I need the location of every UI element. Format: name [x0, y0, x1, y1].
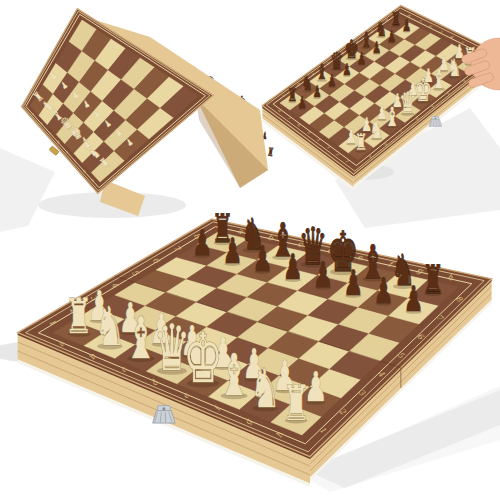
piece-black-r: ♜: [266, 145, 274, 159]
piece-bp-h7: ♟: [404, 279, 424, 319]
svg-text:♝: ♝: [316, 59, 328, 84]
piece-bp-f7: ♟: [372, 37, 381, 56]
view-main: abcdefghabcdefgh1234567812345678♜♞♟♝♟♛♟♚…: [0, 206, 500, 492]
piece-br-a8: ♜: [287, 84, 297, 105]
piece-bp-c7: ♟: [327, 71, 336, 90]
piece-wn-b1: ♞: [94, 295, 125, 358]
svg-text:♟: ♟: [283, 247, 303, 287]
svg-text:♟: ♟: [357, 48, 366, 67]
piece-wr-h1: ♜: [282, 374, 310, 431]
piece-bp-b7: ♟: [312, 82, 321, 101]
svg-text:♝: ♝: [124, 304, 157, 371]
svg-text:♟: ♟: [192, 223, 212, 263]
svg-text:♜: ♜: [287, 84, 297, 105]
svg-text:♚: ♚: [414, 71, 432, 108]
piece-bp-f7: ♟: [343, 263, 363, 303]
piece-wn-b1: ♞: [369, 115, 383, 144]
svg-text:♞: ♞: [447, 53, 461, 82]
piece-bp-e7: ♟: [357, 48, 366, 67]
svg-text:♟: ♟: [327, 71, 336, 90]
piece-bb-c8: ♝: [316, 59, 328, 84]
piece-bp-d7: ♟: [342, 59, 351, 78]
folded-board-squares: [30, 20, 198, 182]
view-folded: ♟♞♟♝♛♟♚♞♟♜abcdefgh♟♟♟♜♟♞♟♝♟♛♟♚♟♝♞♜: [0, 9, 275, 232]
piece-wn-g1: ♞: [447, 53, 461, 82]
piece-bp-h7: ♟: [402, 15, 411, 34]
piece-wq-d1: ♛: [399, 86, 416, 121]
piece-wk-e1: ♚: [414, 71, 432, 108]
piece-br-h8: ♜: [422, 257, 444, 302]
svg-text:♟: ♟: [222, 231, 242, 271]
svg-text:♝: ♝: [218, 341, 251, 408]
chess-set-scene: ♟♞♟♝♛♟♚♞♟♜abcdefgh♟♟♟♜♟♞♟♝♟♛♟♚♟♝♞♜abcdef…: [0, 0, 500, 500]
svg-text:♝: ♝: [384, 100, 399, 131]
svg-text:♜: ♜: [422, 257, 444, 302]
piece-wb-f1: ♝: [431, 63, 446, 94]
piece-bp-c7: ♟: [253, 239, 273, 279]
piece-bp-b7: ♟: [222, 231, 242, 271]
shadow: [0, 148, 55, 232]
svg-text:♛: ♛: [399, 86, 416, 121]
piece-bp-a7: ♟: [297, 93, 306, 112]
piece-wr-a1: ♜: [65, 288, 93, 345]
svg-text:♝: ♝: [431, 63, 446, 94]
piece-bp-g7: ♟: [373, 271, 393, 311]
piece-wn-g1: ♞: [250, 357, 281, 420]
piece-wb-c1: ♝: [384, 100, 399, 131]
svg-text:♟: ♟: [312, 82, 321, 101]
svg-text:♜: ♜: [65, 288, 93, 345]
svg-text:♟: ♟: [343, 263, 363, 303]
svg-text:♜: ♜: [266, 145, 274, 159]
svg-text:♞: ♞: [250, 357, 281, 420]
svg-text:♞: ♞: [369, 115, 383, 144]
svg-text:♟: ♟: [253, 239, 273, 279]
piece-bp-e7: ♟: [313, 255, 333, 295]
svg-text:♟: ♟: [373, 271, 393, 311]
svg-text:♟: ♟: [402, 15, 411, 34]
svg-text:♟: ♟: [313, 255, 333, 295]
svg-text:♜: ♜: [354, 130, 367, 155]
piece-bp-a7: ♟: [192, 223, 212, 263]
svg-text:♟: ♟: [372, 37, 381, 56]
svg-text:♟: ♟: [297, 93, 306, 112]
piece-wr-a1: ♜: [354, 130, 367, 155]
svg-text:♞: ♞: [94, 295, 125, 358]
piece-bp-d7: ♟: [283, 247, 303, 287]
product-photo: ♟♞♟♝♛♟♚♞♟♜abcdefgh♟♟♟♜♟♞♟♝♟♛♟♚♟♝♞♜abcdef…: [0, 0, 500, 500]
svg-text:♟: ♟: [387, 26, 396, 45]
svg-text:♟: ♟: [342, 59, 351, 78]
view-held: abcdefghabcdefgh1234567812345678♜♟♞♟♝♟♚♟…: [262, 6, 500, 229]
svg-text:♜: ♜: [282, 374, 310, 431]
svg-text:♟: ♟: [404, 279, 424, 319]
piece-wb-c1: ♝: [124, 304, 157, 371]
piece-bp-g7: ♟: [387, 26, 396, 45]
piece-wb-f1: ♝: [218, 341, 251, 408]
